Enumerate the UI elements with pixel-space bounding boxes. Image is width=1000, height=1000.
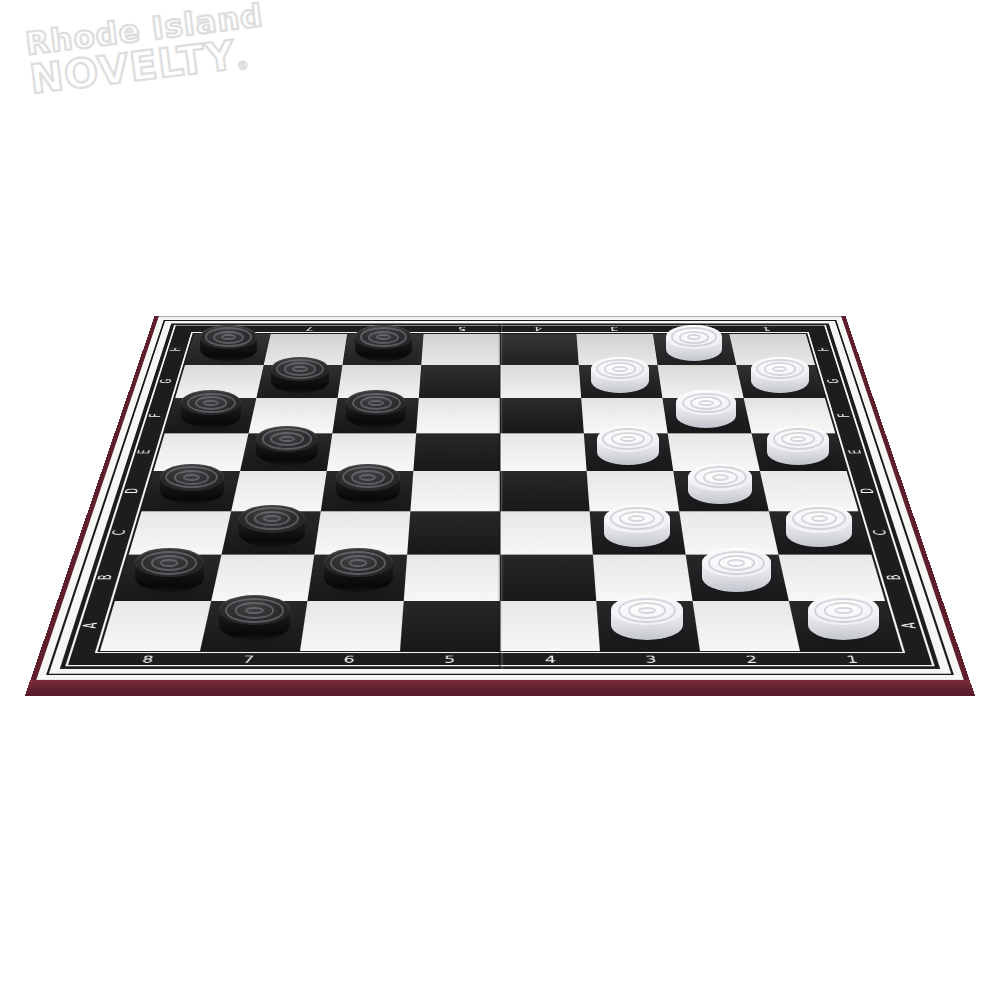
piece-top	[591, 357, 649, 381]
piece-ring	[203, 400, 219, 407]
piece-ring	[359, 474, 376, 481]
piece-black-A7[interactable]	[219, 595, 290, 640]
piece-ring	[612, 366, 627, 372]
rank-label-A: A	[38, 617, 142, 634]
piece-top	[256, 426, 318, 452]
rank-label-E: E	[99, 446, 189, 459]
piece-ring	[727, 559, 745, 567]
piece-white-D2[interactable]	[688, 464, 752, 504]
rank-label-H: H	[783, 344, 865, 355]
piece-ring	[349, 559, 367, 567]
piece-white-F2[interactable]	[676, 390, 736, 428]
square-C4[interactable]	[500, 511, 593, 554]
file-label-4: 4	[500, 323, 576, 333]
piece-ring	[292, 366, 307, 372]
piece-ring	[160, 559, 178, 567]
rank-label-B: B	[844, 569, 945, 585]
square-C5[interactable]	[407, 511, 500, 554]
file-label-1: 1	[800, 651, 905, 669]
square-G5[interactable]	[419, 365, 500, 398]
file-label-6: 6	[297, 651, 400, 669]
square-A6[interactable]	[300, 601, 404, 651]
piece-top	[336, 464, 400, 491]
piece-black-B6[interactable]	[324, 548, 393, 591]
file-label-8: 8	[95, 651, 200, 669]
piece-ring	[698, 400, 714, 407]
piece-white-C3[interactable]	[604, 505, 670, 547]
piece-ring	[183, 474, 200, 481]
square-A2[interactable]	[693, 601, 800, 651]
piece-ring	[620, 436, 636, 443]
file-label-7: 7	[196, 651, 300, 669]
file-label-5: 5	[399, 651, 500, 669]
piece-white-G1[interactable]	[751, 357, 809, 394]
piece-top	[324, 548, 393, 577]
piece-top	[688, 464, 752, 491]
piece-top	[239, 505, 305, 533]
piece-top	[160, 464, 224, 491]
piece-top	[597, 426, 659, 452]
file-label-1: 1	[727, 323, 806, 333]
piece-black-H8[interactable]	[200, 325, 256, 361]
piece-black-H6[interactable]	[355, 325, 411, 361]
rank-label-D: D	[821, 484, 914, 498]
piece-white-H2[interactable]	[666, 325, 722, 361]
board-far-edge	[154, 316, 846, 317]
file-label-3: 3	[576, 323, 653, 333]
piece-ring	[368, 400, 384, 407]
piece-top	[767, 426, 829, 452]
square-G4[interactable]	[500, 365, 581, 398]
square-A4[interactable]	[500, 601, 600, 651]
rank-label-G: G	[124, 376, 208, 387]
piece-black-B8[interactable]	[135, 548, 204, 591]
board-fold-crease	[497, 323, 503, 668]
piece-black-F8[interactable]	[181, 390, 241, 428]
piece-top	[786, 505, 852, 533]
square-B7[interactable]	[211, 555, 314, 601]
piece-top	[666, 325, 722, 349]
rank-label-F: F	[801, 410, 888, 422]
file-labels-bottom: 87654321	[95, 651, 906, 669]
file-label-4: 4	[500, 651, 601, 669]
piece-white-E1[interactable]	[767, 426, 829, 465]
piece-white-B2[interactable]	[702, 548, 771, 591]
square-B5[interactable]	[404, 555, 500, 601]
piece-white-G3[interactable]	[591, 357, 649, 394]
square-D4[interactable]	[500, 471, 590, 511]
piece-white-C1[interactable]	[786, 505, 852, 547]
piece-black-F6[interactable]	[346, 390, 406, 428]
square-H5[interactable]	[421, 334, 500, 365]
square-F4[interactable]	[500, 398, 584, 433]
piece-top	[702, 548, 771, 577]
piece-black-G7[interactable]	[271, 357, 329, 394]
piece-top	[355, 325, 411, 349]
square-E5[interactable]	[413, 433, 500, 471]
piece-black-D6[interactable]	[336, 464, 400, 504]
piece-black-D8[interactable]	[160, 464, 224, 504]
square-B3[interactable]	[593, 555, 693, 601]
piece-ring	[834, 607, 853, 615]
rank-label-C: C	[71, 525, 168, 540]
square-D5[interactable]	[410, 471, 500, 511]
square-A5[interactable]	[400, 601, 500, 651]
file-label-7: 7	[271, 323, 349, 333]
piece-white-E3[interactable]	[597, 426, 659, 465]
square-B4[interactable]	[500, 555, 596, 601]
piece-top	[751, 357, 809, 381]
file-label-2: 2	[700, 651, 804, 669]
piece-white-A3[interactable]	[611, 595, 682, 640]
board-near-edge	[25, 680, 975, 696]
square-F5[interactable]	[416, 398, 500, 433]
square-E4[interactable]	[500, 433, 587, 471]
file-label-5: 5	[424, 323, 500, 333]
piece-top	[135, 548, 204, 577]
file-label-3: 3	[600, 651, 703, 669]
piece-ring	[712, 474, 729, 481]
piece-top	[200, 325, 256, 349]
piece-white-A1[interactable]	[808, 595, 879, 640]
piece-black-E7[interactable]	[256, 426, 318, 465]
piece-top	[604, 505, 670, 533]
checkers-scene: 87654321 87654321 HGFEDCBA HGFEDCBA	[0, 0, 1000, 1000]
piece-ring	[263, 515, 280, 522]
square-H4[interactable]	[500, 334, 579, 365]
piece-black-C7[interactable]	[239, 505, 305, 547]
